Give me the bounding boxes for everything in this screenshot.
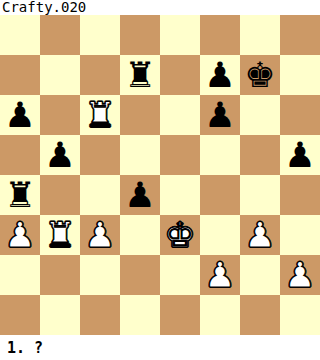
black-pawn[interactable]: ♟ (204, 95, 235, 135)
square-f8[interactable] (200, 15, 240, 55)
square-e7[interactable] (160, 55, 200, 95)
black-rook[interactable]: ♜ (124, 55, 155, 95)
square-a6[interactable]: ♟ (0, 95, 40, 135)
square-b7[interactable] (40, 55, 80, 95)
square-b3[interactable]: ♜ (40, 215, 80, 255)
black-pawn[interactable]: ♟ (4, 95, 35, 135)
square-d2[interactable] (120, 255, 160, 295)
square-b6[interactable] (40, 95, 80, 135)
white-pawn[interactable]: ♟ (284, 255, 315, 295)
square-e3[interactable]: ♚ (160, 215, 200, 255)
square-a8[interactable] (0, 15, 40, 55)
square-b5[interactable]: ♟ (40, 135, 80, 175)
white-pawn[interactable]: ♟ (244, 215, 275, 255)
square-d8[interactable] (120, 15, 160, 55)
crafty-window: Crafty.020 ♜♟♚♟♜♟♟♟♜♟♟♜♟♚♟♟♟ 1. ? (0, 0, 320, 360)
white-rook[interactable]: ♜ (44, 215, 75, 255)
square-d7[interactable]: ♜ (120, 55, 160, 95)
square-d3[interactable] (120, 215, 160, 255)
square-b4[interactable] (40, 175, 80, 215)
black-king[interactable]: ♚ (244, 55, 275, 95)
square-f6[interactable]: ♟ (200, 95, 240, 135)
square-c7[interactable] (80, 55, 120, 95)
square-d4[interactable]: ♟ (120, 175, 160, 215)
move-prompt: 1. ? (7, 339, 43, 357)
square-e8[interactable] (160, 15, 200, 55)
window-title: Crafty.020 (2, 0, 86, 15)
square-f7[interactable]: ♟ (200, 55, 240, 95)
square-g5[interactable] (240, 135, 280, 175)
square-h8[interactable] (280, 15, 320, 55)
square-h2[interactable]: ♟ (280, 255, 320, 295)
square-a4[interactable]: ♜ (0, 175, 40, 215)
white-pawn[interactable]: ♟ (84, 215, 115, 255)
square-h7[interactable] (280, 55, 320, 95)
white-king[interactable]: ♚ (164, 215, 195, 255)
square-h5[interactable]: ♟ (280, 135, 320, 175)
square-h4[interactable] (280, 175, 320, 215)
square-b2[interactable] (40, 255, 80, 295)
square-c2[interactable] (80, 255, 120, 295)
square-g4[interactable] (240, 175, 280, 215)
square-f2[interactable]: ♟ (200, 255, 240, 295)
square-c3[interactable]: ♟ (80, 215, 120, 255)
square-b8[interactable] (40, 15, 80, 55)
square-d1[interactable] (120, 295, 160, 335)
square-d5[interactable] (120, 135, 160, 175)
square-b1[interactable] (40, 295, 80, 335)
square-g1[interactable] (240, 295, 280, 335)
chess-board: ♜♟♚♟♜♟♟♟♜♟♟♜♟♚♟♟♟ (0, 15, 320, 335)
square-c4[interactable] (80, 175, 120, 215)
square-f5[interactable] (200, 135, 240, 175)
square-e6[interactable] (160, 95, 200, 135)
square-d6[interactable] (120, 95, 160, 135)
square-e4[interactable] (160, 175, 200, 215)
square-g8[interactable] (240, 15, 280, 55)
square-h6[interactable] (280, 95, 320, 135)
square-e2[interactable] (160, 255, 200, 295)
square-e1[interactable] (160, 295, 200, 335)
square-a5[interactable] (0, 135, 40, 175)
black-pawn[interactable]: ♟ (204, 55, 235, 95)
white-rook[interactable]: ♜ (84, 95, 115, 135)
square-a7[interactable] (0, 55, 40, 95)
square-e5[interactable] (160, 135, 200, 175)
square-c5[interactable] (80, 135, 120, 175)
square-f4[interactable] (200, 175, 240, 215)
black-pawn[interactable]: ♟ (44, 135, 75, 175)
square-f1[interactable] (200, 295, 240, 335)
black-rook[interactable]: ♜ (4, 175, 35, 215)
square-h3[interactable] (280, 215, 320, 255)
black-pawn[interactable]: ♟ (124, 175, 155, 215)
square-c6[interactable]: ♜ (80, 95, 120, 135)
titlebar: Crafty.020 (0, 0, 320, 15)
square-a1[interactable] (0, 295, 40, 335)
square-c1[interactable] (80, 295, 120, 335)
square-g7[interactable]: ♚ (240, 55, 280, 95)
square-c8[interactable] (80, 15, 120, 55)
square-g2[interactable] (240, 255, 280, 295)
square-g6[interactable] (240, 95, 280, 135)
square-a2[interactable] (0, 255, 40, 295)
white-pawn[interactable]: ♟ (204, 255, 235, 295)
black-pawn[interactable]: ♟ (284, 135, 315, 175)
square-f3[interactable] (200, 215, 240, 255)
square-h1[interactable] (280, 295, 320, 335)
square-a3[interactable]: ♟ (0, 215, 40, 255)
statusbar: 1. ? (0, 335, 320, 360)
white-pawn[interactable]: ♟ (4, 215, 35, 255)
square-g3[interactable]: ♟ (240, 215, 280, 255)
